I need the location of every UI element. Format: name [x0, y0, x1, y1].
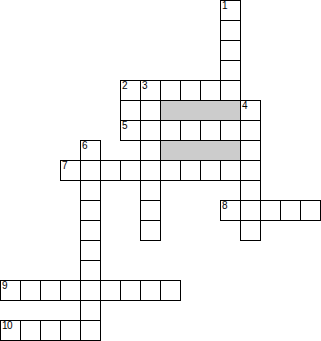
- cell-r9c7[interactable]: [140, 180, 161, 201]
- cell-r4c8[interactable]: [160, 80, 181, 101]
- clue-number: 2: [122, 81, 127, 91]
- cell-r11c12[interactable]: [240, 220, 261, 241]
- crossword-board: 12345678910: [0, 0, 321, 340]
- cell-r14c3[interactable]: [60, 280, 81, 301]
- cell-r14c6[interactable]: [120, 280, 141, 301]
- cell-r10c11[interactable]: 8: [220, 200, 241, 221]
- cell-r14c0[interactable]: 9: [0, 280, 21, 301]
- cell-r4c11[interactable]: [220, 80, 241, 101]
- cell-r4c7[interactable]: 3: [140, 80, 161, 101]
- cell-r11c4[interactable]: [80, 220, 101, 241]
- clue-number: 3: [142, 81, 147, 91]
- cell-r7c12[interactable]: [240, 140, 261, 161]
- cell-r14c2[interactable]: [40, 280, 61, 301]
- cell-r11c7[interactable]: [140, 220, 161, 241]
- cell-r12c4[interactable]: [80, 240, 101, 261]
- cell-r10c14[interactable]: [280, 200, 301, 221]
- cell-r8c4[interactable]: [80, 160, 101, 181]
- cell-r10c15[interactable]: [300, 200, 321, 221]
- cell-r8c6[interactable]: [120, 160, 141, 181]
- cell-r3c11[interactable]: [220, 60, 241, 81]
- cell-r4c9[interactable]: [180, 80, 201, 101]
- cell-r6c12[interactable]: [240, 120, 261, 141]
- cell-r14c1[interactable]: [20, 280, 41, 301]
- cell-r5c6[interactable]: [120, 100, 141, 121]
- cell-r10c4[interactable]: [80, 200, 101, 221]
- clue-number: 5: [122, 121, 127, 131]
- cell-r10c13[interactable]: [260, 200, 281, 221]
- cell-r4c6[interactable]: 2: [120, 80, 141, 101]
- crossword-puzzle: 12345678910: [0, 0, 321, 341]
- cell-r16c2[interactable]: [40, 320, 61, 341]
- cell-r5c7[interactable]: [140, 100, 161, 121]
- cell-r8c11[interactable]: [220, 160, 241, 181]
- cell-r16c1[interactable]: [20, 320, 41, 341]
- cell-r14c7[interactable]: [140, 280, 161, 301]
- cell-r6c11[interactable]: [220, 120, 241, 141]
- cell-r9c12[interactable]: [240, 180, 261, 201]
- cell-r7c4[interactable]: 6: [80, 140, 101, 161]
- cell-r10c12[interactable]: [240, 200, 261, 221]
- clue-number: 8: [222, 201, 227, 211]
- cell-r13c4[interactable]: [80, 260, 101, 281]
- cell-r8c7[interactable]: [140, 160, 161, 181]
- cell-r6c6[interactable]: 5: [120, 120, 141, 141]
- shaded-block: [160, 140, 241, 161]
- cell-r6c9[interactable]: [180, 120, 201, 141]
- clue-number: 6: [82, 141, 87, 151]
- cell-r7c7[interactable]: [140, 140, 161, 161]
- clue-number: 1: [222, 1, 227, 11]
- cell-r5c12[interactable]: 4: [240, 100, 261, 121]
- cell-r0c11[interactable]: 1: [220, 0, 241, 21]
- clue-number: 10: [2, 321, 12, 331]
- cell-r15c4[interactable]: [80, 300, 101, 321]
- clue-number: 4: [242, 101, 247, 111]
- shaded-block: [160, 100, 241, 121]
- clue-number: 7: [62, 161, 67, 171]
- cell-r8c9[interactable]: [180, 160, 201, 181]
- cell-r8c3[interactable]: 7: [60, 160, 81, 181]
- cell-r8c5[interactable]: [100, 160, 121, 181]
- cell-r6c8[interactable]: [160, 120, 181, 141]
- cell-r6c7[interactable]: [140, 120, 161, 141]
- cell-r14c5[interactable]: [100, 280, 121, 301]
- clue-number: 9: [2, 281, 7, 291]
- cell-r4c10[interactable]: [200, 80, 221, 101]
- cell-r16c3[interactable]: [60, 320, 81, 341]
- cell-r8c10[interactable]: [200, 160, 221, 181]
- cell-r2c11[interactable]: [220, 40, 241, 61]
- cell-r10c7[interactable]: [140, 200, 161, 221]
- cell-r6c10[interactable]: [200, 120, 221, 141]
- cell-r14c8[interactable]: [160, 280, 181, 301]
- cell-r14c4[interactable]: [80, 280, 101, 301]
- cell-r8c8[interactable]: [160, 160, 181, 181]
- cell-r9c4[interactable]: [80, 180, 101, 201]
- cell-r16c0[interactable]: 10: [0, 320, 21, 341]
- cell-r8c12[interactable]: [240, 160, 261, 181]
- cell-r16c4[interactable]: [80, 320, 101, 341]
- cell-r1c11[interactable]: [220, 20, 241, 41]
